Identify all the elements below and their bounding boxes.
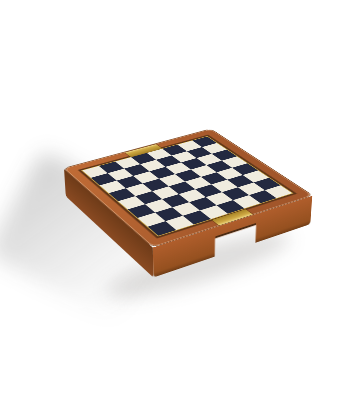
games-box [64,130,312,248]
product-scene [95,92,275,272]
finger-notch [215,223,256,239]
